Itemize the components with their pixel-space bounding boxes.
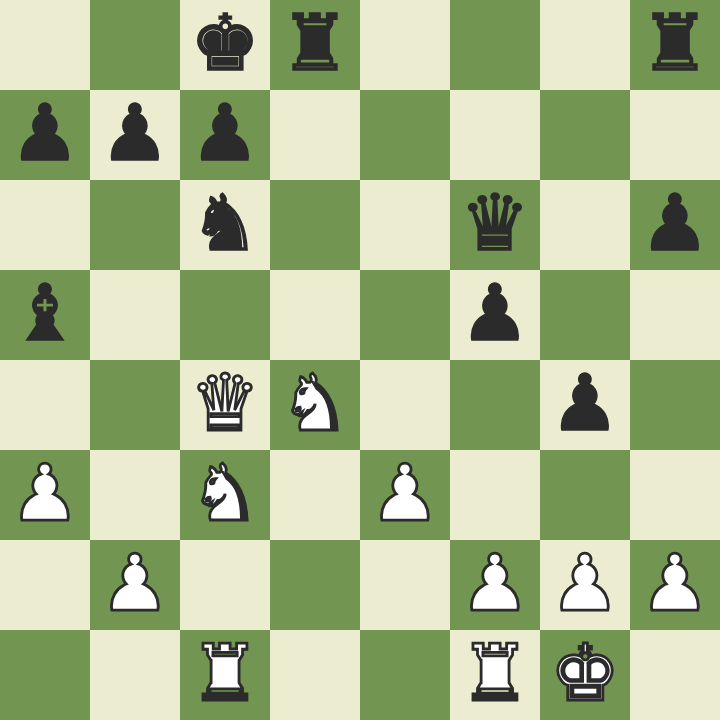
square-h2[interactable]: ♟ [630,540,720,630]
square-e4[interactable] [360,360,450,450]
square-g7[interactable] [540,90,630,180]
chess-board-container: ♚♜♜♟♟♟♞♛♟♝♟♛♞♟♟♞♟♟♟♟♟♜♜♚ [0,0,720,720]
piece-black-pawn[interactable]: ♟ [450,270,540,360]
piece-black-bishop[interactable]: ♝ [0,270,90,360]
square-h1[interactable] [630,630,720,720]
square-b7[interactable]: ♟ [90,90,180,180]
square-c7[interactable]: ♟ [180,90,270,180]
square-g1[interactable]: ♚ [540,630,630,720]
square-c3[interactable]: ♞ [180,450,270,540]
square-b3[interactable] [90,450,180,540]
piece-black-rook[interactable]: ♜ [270,0,360,90]
square-f7[interactable] [450,90,540,180]
chess-board: ♚♜♜♟♟♟♞♛♟♝♟♛♞♟♟♞♟♟♟♟♟♜♜♚ [0,0,720,720]
square-a1[interactable] [0,630,90,720]
square-h6[interactable]: ♟ [630,180,720,270]
square-a5[interactable]: ♝ [0,270,90,360]
piece-white-pawn[interactable]: ♟ [0,450,90,540]
square-a3[interactable]: ♟ [0,450,90,540]
square-e8[interactable] [360,0,450,90]
square-c6[interactable]: ♞ [180,180,270,270]
square-f4[interactable] [450,360,540,450]
square-d1[interactable] [270,630,360,720]
square-b8[interactable] [90,0,180,90]
square-c5[interactable] [180,270,270,360]
piece-white-knight[interactable]: ♞ [270,360,360,450]
piece-white-pawn[interactable]: ♟ [450,540,540,630]
square-h7[interactable] [630,90,720,180]
square-h4[interactable] [630,360,720,450]
piece-white-pawn[interactable]: ♟ [90,540,180,630]
square-f6[interactable]: ♛ [450,180,540,270]
square-f2[interactable]: ♟ [450,540,540,630]
square-b1[interactable] [90,630,180,720]
square-d3[interactable] [270,450,360,540]
square-b2[interactable]: ♟ [90,540,180,630]
square-a6[interactable] [0,180,90,270]
square-c2[interactable] [180,540,270,630]
piece-white-rook[interactable]: ♜ [180,630,270,720]
piece-black-king[interactable]: ♚ [180,0,270,90]
square-d5[interactable] [270,270,360,360]
square-h3[interactable] [630,450,720,540]
piece-white-rook[interactable]: ♜ [450,630,540,720]
square-g2[interactable]: ♟ [540,540,630,630]
piece-black-rook[interactable]: ♜ [630,0,720,90]
square-b6[interactable] [90,180,180,270]
square-e7[interactable] [360,90,450,180]
square-a7[interactable]: ♟ [0,90,90,180]
piece-white-queen[interactable]: ♛ [180,360,270,450]
square-c1[interactable]: ♜ [180,630,270,720]
square-g8[interactable] [540,0,630,90]
square-e5[interactable] [360,270,450,360]
piece-black-pawn[interactable]: ♟ [90,90,180,180]
square-h8[interactable]: ♜ [630,0,720,90]
square-e2[interactable] [360,540,450,630]
square-g5[interactable] [540,270,630,360]
piece-white-king[interactable]: ♚ [540,630,630,720]
square-f3[interactable] [450,450,540,540]
piece-black-pawn[interactable]: ♟ [0,90,90,180]
piece-black-pawn[interactable]: ♟ [540,360,630,450]
square-f8[interactable] [450,0,540,90]
square-c4[interactable]: ♛ [180,360,270,450]
square-a2[interactable] [0,540,90,630]
piece-white-pawn[interactable]: ♟ [360,450,450,540]
piece-white-pawn[interactable]: ♟ [540,540,630,630]
square-g3[interactable] [540,450,630,540]
square-d7[interactable] [270,90,360,180]
square-d4[interactable]: ♞ [270,360,360,450]
square-a8[interactable] [0,0,90,90]
square-f5[interactable]: ♟ [450,270,540,360]
square-g6[interactable] [540,180,630,270]
square-d6[interactable] [270,180,360,270]
square-e6[interactable] [360,180,450,270]
square-c8[interactable]: ♚ [180,0,270,90]
square-d8[interactable]: ♜ [270,0,360,90]
square-h5[interactable] [630,270,720,360]
piece-black-knight[interactable]: ♞ [180,180,270,270]
square-e1[interactable] [360,630,450,720]
piece-white-knight[interactable]: ♞ [180,450,270,540]
square-d2[interactable] [270,540,360,630]
piece-black-pawn[interactable]: ♟ [180,90,270,180]
piece-white-pawn[interactable]: ♟ [630,540,720,630]
square-g4[interactable]: ♟ [540,360,630,450]
piece-black-pawn[interactable]: ♟ [630,180,720,270]
piece-black-queen[interactable]: ♛ [450,180,540,270]
square-f1[interactable]: ♜ [450,630,540,720]
square-e3[interactable]: ♟ [360,450,450,540]
square-b4[interactable] [90,360,180,450]
square-b5[interactable] [90,270,180,360]
square-a4[interactable] [0,360,90,450]
